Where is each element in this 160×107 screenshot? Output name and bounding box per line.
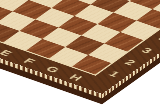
board-scene: ABCDEFGH 87654321 (0, 0, 160, 107)
chessboard-photo: ABCDEFGH 87654321 (0, 0, 160, 107)
chess-board: ABCDEFGH 87654321 (0, 0, 160, 94)
